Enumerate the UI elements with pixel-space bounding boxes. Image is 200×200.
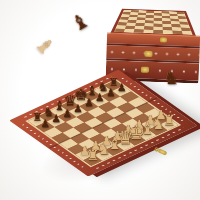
dark-bishop-tilted: ♝ xyxy=(67,9,93,35)
folded-chess-box xyxy=(106,0,200,80)
dark-knight-standing: ♞ xyxy=(163,70,178,87)
brass-hinge-icon xyxy=(145,51,153,57)
brass-clasp-icon xyxy=(141,67,149,73)
light-bishop-lying: ♝ xyxy=(32,33,59,60)
product-photo: ♜♞♝♛♚♝♞♜♟♟♟♟♟♟♟♟♟♟♟♟♟♟♟♟♜♞♝♛♚♝♞♜ ♝ ♝ ♞ xyxy=(0,0,200,200)
brass-latch-icon xyxy=(160,37,167,42)
box-lid xyxy=(107,0,200,36)
